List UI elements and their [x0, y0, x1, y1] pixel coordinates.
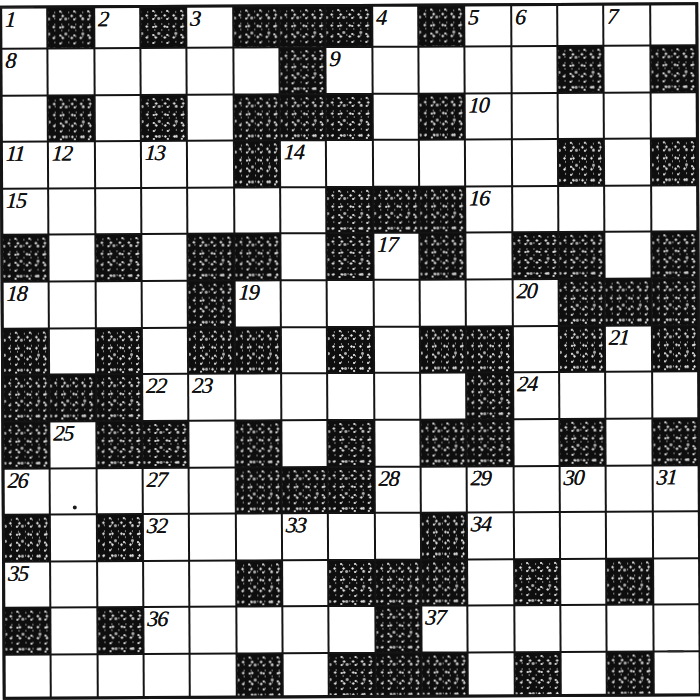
cell-r13c10[interactable] — [469, 607, 514, 652]
clue-number-30: 30 — [563, 464, 585, 490]
cell-r6c1[interactable] — [50, 282, 95, 327]
cell-r11c10[interactable]: 34 — [468, 513, 513, 558]
cell-r14c1[interactable] — [52, 655, 97, 696]
cell-r0c13[interactable]: 7 — [605, 5, 650, 44]
cell-r2c0[interactable] — [3, 96, 48, 141]
cell-r12c4[interactable] — [190, 561, 235, 606]
black-cell-r0c1 — [49, 8, 94, 47]
cell-r5c10[interactable] — [467, 234, 512, 279]
black-cell-r10c5 — [236, 468, 281, 513]
cell-r10c8[interactable]: 28 — [375, 467, 420, 512]
clue-number-17: 17 — [376, 232, 398, 258]
cell-r3c8[interactable] — [374, 141, 419, 186]
clue-number-1: 1 — [4, 7, 16, 33]
black-cell-r9c5 — [236, 421, 281, 466]
black-cell-r14c8 — [376, 654, 421, 695]
black-cell-r13c8 — [376, 607, 421, 652]
cell-r7c3[interactable] — [143, 329, 188, 374]
black-cell-r6c13 — [606, 279, 651, 324]
clue-number-14: 14 — [283, 139, 305, 165]
cell-r11c14[interactable] — [653, 512, 698, 557]
black-cell-r9c9 — [421, 420, 466, 465]
cell-r10c3[interactable]: 27 — [144, 468, 189, 513]
cell-r10c9[interactable] — [422, 467, 467, 512]
black-cell-r6c14 — [652, 279, 697, 324]
black-cell-r4c8 — [374, 187, 419, 232]
clue-number-25: 25 — [53, 420, 75, 446]
cell-r14c6[interactable] — [284, 654, 329, 695]
black-cell-r1c6 — [280, 48, 325, 93]
clue-number-13: 13 — [144, 140, 166, 166]
cell-r1c1[interactable] — [49, 49, 94, 94]
clue-number-33: 33 — [285, 512, 307, 538]
cell-r5c13[interactable] — [606, 233, 651, 278]
black-cell-r12c11 — [515, 560, 560, 605]
cell-r10c11[interactable] — [514, 466, 559, 511]
black-cell-r8c10 — [467, 373, 512, 418]
cell-r13c7[interactable] — [330, 607, 375, 652]
clue-number-26: 26 — [7, 467, 29, 493]
black-cell-r0c7 — [327, 7, 372, 46]
clue-number-11: 11 — [5, 141, 25, 167]
clue-number-37: 37 — [425, 605, 447, 631]
black-cell-r9c2 — [97, 422, 142, 467]
black-cell-r8c1 — [50, 376, 95, 421]
cell-r13c12[interactable] — [561, 606, 606, 651]
black-cell-r7c12 — [560, 326, 605, 371]
cell-r4c11[interactable] — [513, 187, 558, 232]
cell-r9c13[interactable] — [607, 419, 652, 464]
cell-r11c4[interactable] — [190, 515, 235, 560]
black-cell-r3c14 — [652, 139, 697, 184]
clue-number-5: 5 — [468, 4, 480, 30]
clue-number-3: 3 — [190, 6, 202, 32]
clue-number-24: 24 — [516, 371, 538, 397]
cell-r4c6[interactable] — [281, 188, 326, 233]
cell-r7c6[interactable] — [282, 328, 327, 373]
cell-r11c5[interactable] — [236, 515, 281, 560]
cell-r4c2[interactable] — [96, 189, 141, 234]
black-cell-r1c12 — [558, 47, 603, 92]
cell-r10c0[interactable]: 26 — [5, 469, 50, 514]
cell-r6c5[interactable]: 19 — [235, 281, 280, 326]
black-cell-r8c2 — [97, 375, 142, 420]
clue-number-18: 18 — [6, 281, 28, 307]
black-cell-r9c0 — [4, 423, 49, 468]
cell-r13c11[interactable] — [515, 606, 560, 651]
cell-r13c14[interactable] — [654, 606, 699, 651]
cell-r8c5[interactable] — [236, 375, 281, 420]
cell-r2c2[interactable] — [95, 96, 140, 141]
cell-r1c0[interactable]: 8 — [2, 50, 47, 95]
cell-r13c13[interactable] — [608, 606, 653, 651]
cell-r13c5[interactable] — [237, 608, 282, 653]
cell-r8c13[interactable] — [606, 373, 651, 418]
cell-r5c6[interactable] — [281, 235, 326, 280]
cell-r12c2[interactable] — [98, 562, 143, 607]
cell-r0c11[interactable]: 6 — [512, 6, 557, 45]
black-cell-r2c9 — [420, 94, 465, 139]
cell-r7c1[interactable] — [50, 329, 95, 374]
cell-r3c0[interactable]: 11 — [3, 143, 48, 188]
cell-r3c1[interactable]: 12 — [49, 143, 94, 188]
black-cell-r5c12 — [559, 233, 604, 278]
black-cell-r5c2 — [96, 236, 141, 281]
cell-r2c10[interactable]: 10 — [466, 94, 511, 139]
clue-number-6: 6 — [514, 4, 526, 30]
cell-r11c8[interactable] — [375, 514, 420, 559]
clue-number-10: 10 — [468, 92, 490, 118]
clue-number-20: 20 — [515, 278, 537, 304]
clue-number-15: 15 — [5, 188, 27, 214]
black-cell-r11c0 — [5, 516, 50, 561]
scan-artifact-dot — [73, 505, 77, 509]
black-cell-r11c9 — [422, 514, 467, 559]
cell-r0c12[interactable] — [558, 6, 603, 45]
black-cell-r5c14 — [652, 233, 697, 278]
cell-r13c1[interactable] — [52, 609, 97, 654]
cell-r8c4[interactable]: 23 — [189, 375, 234, 420]
black-cell-r13c0 — [5, 609, 50, 654]
cell-r3c11[interactable] — [513, 140, 558, 185]
black-cell-r0c5 — [234, 7, 279, 46]
cell-r12c14[interactable] — [654, 559, 699, 604]
cell-r12c12[interactable] — [561, 559, 606, 604]
cell-r11c6[interactable]: 33 — [283, 514, 328, 559]
cell-r9c1[interactable]: 25 — [51, 422, 96, 467]
cell-r4c3[interactable] — [142, 189, 187, 234]
cell-r4c12[interactable] — [559, 187, 604, 232]
cell-r10c2[interactable] — [97, 469, 142, 514]
cell-r5c8[interactable]: 17 — [374, 234, 419, 279]
cell-r4c0[interactable]: 15 — [3, 189, 48, 234]
cell-r8c11[interactable]: 24 — [514, 373, 559, 418]
cell-r12c3[interactable] — [144, 562, 189, 607]
black-cell-r2c6 — [281, 95, 326, 140]
cell-r11c12[interactable] — [561, 513, 606, 558]
cell-r12c6[interactable] — [283, 561, 328, 606]
clue-number-35: 35 — [7, 560, 29, 586]
cell-r6c9[interactable] — [421, 280, 466, 325]
clue-number-21: 21 — [608, 324, 630, 350]
cell-r5c1[interactable] — [50, 236, 95, 281]
cell-r9c6[interactable] — [282, 421, 327, 466]
cell-r11c7[interactable] — [329, 514, 374, 559]
cell-r8c6[interactable] — [282, 374, 327, 419]
black-cell-r2c7 — [327, 94, 372, 139]
cell-r3c13[interactable] — [605, 140, 650, 185]
cell-r2c13[interactable] — [605, 93, 650, 138]
cell-r4c5[interactable] — [235, 188, 280, 233]
black-cell-r7c9 — [421, 327, 466, 372]
cell-r1c10[interactable] — [466, 47, 511, 92]
clue-number-32: 32 — [146, 513, 168, 539]
black-cell-r4c9 — [420, 187, 465, 232]
black-cell-r0c6 — [280, 7, 325, 46]
clue-number-8: 8 — [5, 48, 17, 74]
clue-number-2: 2 — [97, 6, 109, 32]
clue-number-22: 22 — [145, 373, 167, 399]
clue-number-4: 4 — [375, 5, 387, 31]
black-cell-r12c7 — [329, 561, 374, 606]
cell-r1c13[interactable] — [605, 46, 650, 91]
black-cell-r2c1 — [49, 96, 94, 141]
cell-r6c3[interactable] — [143, 282, 188, 327]
cell-r0c8[interactable]: 4 — [373, 7, 418, 46]
cell-r9c4[interactable] — [190, 422, 235, 467]
cell-r14c3[interactable] — [145, 655, 190, 696]
cell-r2c4[interactable] — [188, 95, 233, 140]
cell-r4c4[interactable] — [188, 188, 233, 233]
cell-r1c4[interactable] — [188, 49, 233, 94]
cell-r10c4[interactable] — [190, 468, 235, 513]
cell-r6c2[interactable] — [96, 282, 141, 327]
black-cell-r7c2 — [97, 329, 142, 374]
cell-r11c1[interactable] — [51, 515, 96, 560]
cell-r14c12[interactable] — [562, 653, 607, 694]
clue-number-29: 29 — [470, 465, 492, 491]
black-cell-r12c9 — [422, 560, 467, 605]
cell-r1c2[interactable] — [95, 49, 140, 94]
cell-r3c3[interactable]: 13 — [142, 142, 187, 187]
black-cell-r5c11 — [513, 233, 558, 278]
black-cell-r9c14 — [653, 419, 698, 464]
cell-r2c8[interactable] — [373, 94, 418, 139]
black-cell-r3c12 — [559, 140, 604, 185]
cell-r8c3[interactable]: 22 — [143, 375, 188, 420]
cell-r8c8[interactable] — [375, 374, 420, 419]
crossword-scan: 1234567891011121314151617181920212223242… — [0, 2, 700, 700]
black-cell-r10c6 — [283, 468, 328, 513]
cell-r1c11[interactable] — [512, 47, 557, 92]
cell-r2c12[interactable] — [559, 93, 604, 138]
black-cell-r14c13 — [608, 652, 653, 693]
clue-number-28: 28 — [377, 465, 399, 491]
cell-r10c13[interactable] — [607, 466, 652, 511]
black-cell-r5c0 — [3, 236, 48, 281]
cell-r13c3[interactable]: 36 — [144, 608, 189, 653]
cell-r12c0[interactable]: 35 — [5, 562, 50, 607]
cell-r14c14[interactable] — [654, 652, 699, 693]
cell-r6c11[interactable]: 20 — [513, 280, 558, 325]
black-cell-r12c8 — [376, 560, 421, 605]
cell-r3c2[interactable] — [96, 142, 141, 187]
cell-r6c7[interactable] — [328, 281, 373, 326]
black-cell-r14c11 — [515, 653, 560, 694]
cell-r11c3[interactable]: 32 — [144, 515, 189, 560]
cell-r2c11[interactable] — [512, 94, 557, 139]
cell-r0c10[interactable]: 5 — [466, 6, 511, 45]
cell-r5c3[interactable] — [142, 235, 187, 280]
black-cell-r5c9 — [420, 234, 465, 279]
black-cell-r0c3 — [141, 8, 186, 47]
black-cell-r2c3 — [142, 95, 187, 140]
cell-r10c12[interactable]: 30 — [561, 466, 606, 511]
black-cell-r9c3 — [143, 422, 188, 467]
cell-r10c10[interactable]: 29 — [468, 467, 513, 512]
cell-r8c7[interactable] — [328, 374, 373, 419]
cell-r11c13[interactable] — [607, 513, 652, 558]
cell-r12c1[interactable] — [51, 562, 96, 607]
black-cell-r14c7 — [330, 654, 375, 695]
cell-r0c4[interactable]: 3 — [188, 8, 233, 47]
black-cell-r7c0 — [4, 329, 49, 374]
clue-number-9: 9 — [329, 46, 341, 72]
black-cell-r1c14 — [651, 46, 696, 91]
cell-r3c9[interactable] — [420, 141, 465, 186]
cell-r3c6[interactable]: 14 — [281, 141, 326, 186]
cell-r6c8[interactable] — [374, 281, 419, 326]
black-cell-r5c4 — [189, 235, 234, 280]
black-cell-r13c2 — [98, 608, 143, 653]
cell-r7c13[interactable]: 21 — [606, 326, 651, 371]
black-cell-r7c14 — [653, 326, 698, 371]
cell-r11c11[interactable] — [514, 513, 559, 558]
black-cell-r7c5 — [236, 328, 281, 373]
cell-r13c9[interactable]: 37 — [422, 607, 467, 652]
black-cell-r9c7 — [329, 421, 374, 466]
black-cell-r12c5 — [237, 561, 282, 606]
black-cell-r4c7 — [327, 188, 372, 233]
cell-r14c4[interactable] — [191, 655, 236, 696]
clue-number-31: 31 — [655, 464, 677, 490]
black-cell-r5c5 — [235, 235, 280, 280]
clue-number-27: 27 — [146, 466, 168, 492]
cell-r6c10[interactable] — [467, 280, 512, 325]
clue-number-34: 34 — [470, 511, 492, 537]
cell-r8c14[interactable] — [653, 372, 698, 417]
cell-r4c14[interactable] — [652, 186, 697, 231]
cell-r0c0[interactable]: 1 — [2, 9, 47, 48]
cell-r4c1[interactable] — [49, 189, 94, 234]
crossword-grid: 1234567891011121314151617181920212223242… — [0, 2, 700, 700]
cell-r6c6[interactable] — [282, 281, 327, 326]
black-cell-r8c0 — [4, 376, 49, 421]
cell-r0c2[interactable]: 2 — [95, 8, 140, 47]
cell-r9c8[interactable] — [375, 421, 420, 466]
cell-r7c8[interactable] — [375, 327, 420, 372]
cell-r4c10[interactable]: 16 — [466, 187, 511, 232]
cell-r10c14[interactable]: 31 — [653, 466, 698, 511]
cell-r6c0[interactable]: 18 — [4, 283, 49, 328]
cell-r1c9[interactable] — [419, 47, 464, 92]
clue-number-36: 36 — [147, 606, 169, 632]
cell-r14c10[interactable] — [469, 653, 514, 694]
cell-r7c11[interactable] — [514, 327, 559, 372]
cell-r2c14[interactable] — [651, 93, 696, 138]
black-cell-r6c12 — [560, 280, 605, 325]
clue-number-23: 23 — [192, 373, 214, 399]
cell-r3c7[interactable] — [327, 141, 372, 186]
cell-r9c11[interactable] — [514, 420, 559, 465]
cell-r12c10[interactable] — [468, 560, 513, 605]
black-cell-r7c4 — [189, 328, 234, 373]
cell-r8c12[interactable] — [560, 373, 605, 418]
cell-r4c13[interactable] — [605, 186, 650, 231]
black-cell-r14c5 — [237, 654, 282, 695]
cell-r1c5[interactable] — [234, 48, 279, 93]
scan-artifact-dash — [668, 650, 684, 652]
cell-r1c7[interactable]: 9 — [327, 48, 372, 93]
black-cell-r12c13 — [607, 559, 652, 604]
cell-r14c0[interactable] — [6, 656, 51, 697]
cell-r0c14[interactable] — [651, 5, 696, 44]
cell-r8c9[interactable] — [421, 374, 466, 419]
black-cell-r3c5 — [235, 142, 280, 187]
clue-number-19: 19 — [237, 280, 259, 306]
cell-r1c8[interactable] — [373, 48, 418, 93]
cell-r14c2[interactable] — [98, 655, 143, 696]
clue-number-12: 12 — [51, 141, 73, 167]
black-cell-r7c7 — [328, 328, 373, 373]
black-cell-r6c4 — [189, 282, 234, 327]
cell-r3c4[interactable] — [188, 142, 233, 187]
clue-number-7: 7 — [607, 4, 619, 30]
black-cell-r11c2 — [97, 515, 142, 560]
black-cell-r0c9 — [419, 6, 464, 45]
black-cell-r14c9 — [423, 653, 468, 694]
black-cell-r9c12 — [560, 420, 605, 465]
cell-r13c4[interactable] — [191, 608, 236, 653]
black-cell-r2c5 — [234, 95, 279, 140]
black-cell-r7c10 — [467, 327, 512, 372]
cell-r13c6[interactable] — [283, 607, 328, 652]
cell-r3c10[interactable] — [466, 140, 511, 185]
black-cell-r10c7 — [329, 467, 374, 512]
clue-number-16: 16 — [469, 185, 491, 211]
black-cell-r5c7 — [328, 234, 373, 279]
cell-r1c3[interactable] — [141, 49, 186, 94]
black-cell-r9c10 — [468, 420, 513, 465]
